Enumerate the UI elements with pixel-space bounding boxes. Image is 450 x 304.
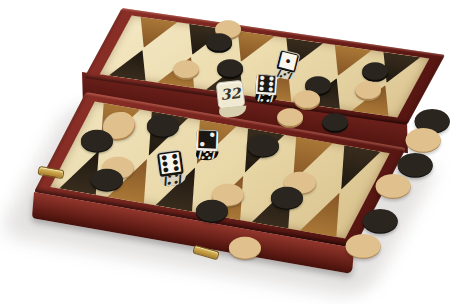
point-near-top-3 bbox=[176, 119, 240, 167]
point-far-bottom-3 bbox=[203, 61, 261, 95]
point-far-top-4 bbox=[268, 37, 326, 71]
point-far-bottom-1 bbox=[106, 47, 164, 81]
point-far-top-6 bbox=[365, 52, 423, 86]
point-far-bottom-4 bbox=[251, 68, 309, 102]
point-far-bottom-6 bbox=[349, 82, 407, 116]
point-far-top-2 bbox=[171, 23, 229, 57]
point-near-top-1 bbox=[79, 103, 143, 151]
point-near-bottom-5 bbox=[249, 181, 313, 229]
point-near-bottom-6 bbox=[297, 189, 361, 237]
point-far-bottom-5 bbox=[300, 75, 358, 109]
point-far-top-5 bbox=[317, 44, 375, 78]
point-near-bottom-2 bbox=[104, 155, 168, 203]
point-near-top-4 bbox=[224, 128, 288, 176]
point-near-bottom-1 bbox=[56, 147, 120, 195]
point-near-bottom-4 bbox=[201, 172, 265, 220]
checker-glyph: ● bbox=[412, 102, 450, 133]
point-far-top-1 bbox=[122, 16, 180, 50]
point-near-bottom-3 bbox=[153, 164, 217, 212]
point-far-top-3 bbox=[219, 30, 277, 64]
backgammon-set-photo: ●●●●●●●●●●●●●●●●●●●●●●●●●●●⚀⚂⚅⚃32⚁⚄⚅⚃ bbox=[0, 0, 450, 304]
point-far-bottom-2 bbox=[154, 54, 212, 88]
checker-glyph: ● bbox=[403, 121, 443, 152]
point-near-top-2 bbox=[128, 111, 192, 159]
point-near-top-5 bbox=[272, 136, 336, 184]
point-near-top-6 bbox=[320, 145, 384, 193]
